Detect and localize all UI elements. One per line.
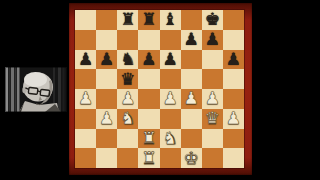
square-g2[interactable]	[202, 129, 223, 149]
piece-black-pawn[interactable]: ♟	[205, 31, 220, 48]
square-h6[interactable]: ♟	[223, 50, 244, 70]
square-a7[interactable]	[75, 30, 96, 50]
square-h5[interactable]	[223, 69, 244, 89]
piece-white-queen[interactable]: ♛	[205, 110, 220, 127]
square-e4[interactable]: ♟	[160, 89, 181, 109]
square-g7[interactable]: ♟	[202, 30, 223, 50]
square-g6[interactable]	[202, 50, 223, 70]
square-h7[interactable]	[223, 30, 244, 50]
square-c3[interactable]: ♞	[117, 109, 138, 129]
square-f6[interactable]	[181, 50, 202, 70]
square-e7[interactable]	[160, 30, 181, 50]
square-h3[interactable]: ♟	[223, 109, 244, 129]
square-d4[interactable]	[138, 89, 159, 109]
square-g5[interactable]	[202, 69, 223, 89]
square-d3[interactable]	[138, 109, 159, 129]
square-e6[interactable]: ♟	[160, 50, 181, 70]
square-c8[interactable]: ♜	[117, 10, 138, 30]
square-e5[interactable]	[160, 69, 181, 89]
square-h1[interactable]	[223, 148, 244, 168]
piece-black-pawn[interactable]: ♟	[141, 50, 156, 67]
square-f7[interactable]: ♟	[181, 30, 202, 50]
square-b5[interactable]	[96, 69, 117, 89]
square-f8[interactable]	[181, 10, 202, 30]
square-g4[interactable]: ♟	[202, 89, 223, 109]
square-g3[interactable]: ♛	[202, 109, 223, 129]
square-g1[interactable]	[202, 148, 223, 168]
piece-black-pawn[interactable]: ♟	[184, 31, 199, 48]
piece-white-pawn[interactable]: ♟	[120, 90, 135, 107]
square-b3[interactable]: ♟	[96, 109, 117, 129]
piece-black-pawn[interactable]: ♟	[78, 50, 93, 67]
square-b7[interactable]	[96, 30, 117, 50]
piece-white-knight[interactable]: ♞	[162, 129, 177, 146]
piece-white-pawn[interactable]: ♟	[78, 90, 93, 107]
square-c4[interactable]: ♟	[117, 89, 138, 109]
square-f5[interactable]	[181, 69, 202, 89]
piece-black-pawn[interactable]: ♟	[226, 50, 241, 67]
piece-black-rook[interactable]: ♜	[120, 11, 135, 28]
piece-black-king[interactable]: ♚	[205, 11, 220, 28]
square-c2[interactable]	[117, 129, 138, 149]
player-photo	[5, 67, 67, 112]
square-d6[interactable]: ♟	[138, 50, 159, 70]
square-h8[interactable]	[223, 10, 244, 30]
square-f3[interactable]	[181, 109, 202, 129]
square-e2[interactable]: ♞	[160, 129, 181, 149]
square-d7[interactable]	[138, 30, 159, 50]
square-b6[interactable]: ♟	[96, 50, 117, 70]
piece-black-knight[interactable]: ♞	[120, 50, 135, 67]
square-d8[interactable]: ♜	[138, 10, 159, 30]
square-d2[interactable]: ♜	[138, 129, 159, 149]
square-c1[interactable]	[117, 148, 138, 168]
piece-black-pawn[interactable]: ♟	[99, 50, 114, 67]
square-a1[interactable]	[75, 148, 96, 168]
piece-white-rook[interactable]: ♜	[141, 149, 156, 166]
square-b1[interactable]	[96, 148, 117, 168]
piece-white-rook[interactable]: ♜	[141, 129, 156, 146]
piece-white-king[interactable]: ♚	[184, 149, 199, 166]
square-f1[interactable]: ♚	[181, 148, 202, 168]
chess-board: ♜♜♝♚♟♟♟♟♞♟♟♟♛♟♟♟♟♟♟♞♛♟♜♞♜♚	[75, 10, 244, 168]
square-h4[interactable]	[223, 89, 244, 109]
square-e3[interactable]	[160, 109, 181, 129]
square-b2[interactable]	[96, 129, 117, 149]
square-a4[interactable]: ♟	[75, 89, 96, 109]
square-a6[interactable]: ♟	[75, 50, 96, 70]
square-a8[interactable]	[75, 10, 96, 30]
square-d5[interactable]	[138, 69, 159, 89]
piece-white-pawn[interactable]: ♟	[205, 90, 220, 107]
piece-black-pawn[interactable]: ♟	[162, 50, 177, 67]
square-f4[interactable]: ♟	[181, 89, 202, 109]
piece-white-knight[interactable]: ♞	[120, 110, 135, 127]
piece-black-queen[interactable]: ♛	[120, 70, 135, 87]
player-photo-graphic	[5, 67, 67, 112]
square-b8[interactable]	[96, 10, 117, 30]
square-f2[interactable]	[181, 129, 202, 149]
square-h2[interactable]	[223, 129, 244, 149]
piece-white-pawn[interactable]: ♟	[162, 90, 177, 107]
piece-black-rook[interactable]: ♜	[141, 11, 156, 28]
chess-board-frame: ♜♜♝♚♟♟♟♟♞♟♟♟♛♟♟♟♟♟♟♞♛♟♜♞♜♚	[69, 3, 252, 175]
square-e8[interactable]: ♝	[160, 10, 181, 30]
video-still: ♜♜♝♚♟♟♟♟♞♟♟♟♛♟♟♟♟♟♟♞♛♟♜♞♜♚	[0, 0, 320, 180]
piece-white-pawn[interactable]: ♟	[99, 110, 114, 127]
square-a3[interactable]	[75, 109, 96, 129]
piece-black-bishop[interactable]: ♝	[162, 11, 177, 28]
square-c7[interactable]	[117, 30, 138, 50]
square-c5[interactable]: ♛	[117, 69, 138, 89]
square-b4[interactable]	[96, 89, 117, 109]
square-a2[interactable]	[75, 129, 96, 149]
square-a5[interactable]	[75, 69, 96, 89]
square-e1[interactable]	[160, 148, 181, 168]
square-c6[interactable]: ♞	[117, 50, 138, 70]
piece-white-pawn[interactable]: ♟	[184, 90, 199, 107]
square-d1[interactable]: ♜	[138, 148, 159, 168]
square-g8[interactable]: ♚	[202, 10, 223, 30]
piece-white-pawn[interactable]: ♟	[226, 110, 241, 127]
